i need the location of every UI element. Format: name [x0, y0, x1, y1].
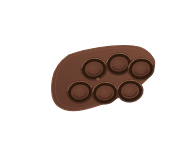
- mold-photo-svg: [40, 16, 169, 145]
- embossed-logo-mark: [96, 78, 99, 80]
- product-photo: [40, 16, 169, 145]
